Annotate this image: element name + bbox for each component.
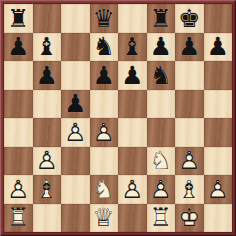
square-h7[interactable]: ♟: [204, 33, 233, 62]
square-d2[interactable]: ♞♘: [90, 175, 119, 204]
square-e2[interactable]: ♟♙: [118, 175, 147, 204]
square-c8[interactable]: [61, 4, 90, 33]
piece-black-pawn: ♟: [118, 61, 147, 90]
piece-white-bishop: ♗: [175, 175, 204, 204]
square-h1[interactable]: [204, 204, 233, 233]
square-c1[interactable]: [61, 204, 90, 233]
square-d1[interactable]: ♛♕: [90, 204, 119, 233]
piece-white-king-fill: ♚: [175, 204, 204, 233]
piece-black-bishop: ♝: [118, 33, 147, 62]
square-a5[interactable]: [4, 90, 33, 119]
square-c3[interactable]: [61, 147, 90, 176]
square-e7[interactable]: ♝: [118, 33, 147, 62]
piece-white-pawn: ♙: [175, 147, 204, 176]
piece-white-rook: ♖: [147, 204, 176, 233]
square-b3[interactable]: ♟♙: [33, 147, 62, 176]
piece-white-bishop: ♗: [33, 175, 62, 204]
piece-white-pawn-fill: ♟: [118, 175, 147, 204]
square-e1[interactable]: [118, 204, 147, 233]
square-a6[interactable]: [4, 61, 33, 90]
piece-white-pawn-fill: ♟: [90, 118, 119, 147]
piece-black-knight: ♞: [90, 33, 119, 62]
piece-black-rook: ♜: [147, 4, 176, 33]
square-f3[interactable]: ♞♘: [147, 147, 176, 176]
square-c2[interactable]: [61, 175, 90, 204]
piece-black-pawn: ♟: [90, 61, 119, 90]
piece-black-knight: ♞: [147, 61, 176, 90]
square-a4[interactable]: [4, 118, 33, 147]
square-f7[interactable]: ♟: [147, 33, 176, 62]
square-h6[interactable]: [204, 61, 233, 90]
square-f4[interactable]: [147, 118, 176, 147]
piece-white-pawn-fill: ♟: [33, 147, 62, 176]
square-c6[interactable]: [61, 61, 90, 90]
square-d5[interactable]: [90, 90, 119, 119]
square-d4[interactable]: ♟♙: [90, 118, 119, 147]
chess-board: ♜♛♜♚♟♝♞♝♟♟♟♟♟♟♞♟♟♙♟♙♟♙♞♘♟♙♟♙♝♗♞♘♟♙♟♙♝♗♟♙…: [4, 4, 232, 232]
square-h3[interactable]: [204, 147, 233, 176]
square-e6[interactable]: ♟: [118, 61, 147, 90]
square-b6[interactable]: ♟: [33, 61, 62, 90]
square-d7[interactable]: ♞: [90, 33, 119, 62]
piece-white-bishop-fill: ♝: [175, 175, 204, 204]
square-e4[interactable]: [118, 118, 147, 147]
square-g3[interactable]: ♟♙: [175, 147, 204, 176]
piece-white-pawn-fill: ♟: [147, 175, 176, 204]
square-d8[interactable]: ♛: [90, 4, 119, 33]
square-h2[interactable]: ♟♙: [204, 175, 233, 204]
square-a7[interactable]: ♟: [4, 33, 33, 62]
board-frame: ♜♛♜♚♟♝♞♝♟♟♟♟♟♟♞♟♟♙♟♙♟♙♞♘♟♙♟♙♝♗♞♘♟♙♟♙♝♗♟♙…: [0, 0, 236, 236]
piece-black-rook: ♜: [4, 4, 33, 33]
piece-white-queen: ♕: [90, 204, 119, 233]
piece-white-pawn-fill: ♟: [4, 175, 33, 204]
square-e5[interactable]: [118, 90, 147, 119]
square-h4[interactable]: [204, 118, 233, 147]
piece-black-pawn: ♟: [147, 33, 176, 62]
piece-white-king: ♔: [175, 204, 204, 233]
piece-white-rook-fill: ♜: [4, 204, 33, 233]
piece-white-pawn: ♙: [147, 175, 176, 204]
piece-white-pawn: ♙: [204, 175, 233, 204]
piece-white-pawn: ♙: [90, 118, 119, 147]
piece-black-queen: ♛: [90, 4, 119, 33]
square-g2[interactable]: ♝♗: [175, 175, 204, 204]
square-f5[interactable]: [147, 90, 176, 119]
square-h5[interactable]: [204, 90, 233, 119]
square-d3[interactable]: [90, 147, 119, 176]
piece-white-knight: ♘: [90, 175, 119, 204]
square-a3[interactable]: [4, 147, 33, 176]
piece-black-king: ♚: [175, 4, 204, 33]
square-b5[interactable]: [33, 90, 62, 119]
square-g8[interactable]: ♚: [175, 4, 204, 33]
square-g5[interactable]: [175, 90, 204, 119]
square-c7[interactable]: [61, 33, 90, 62]
piece-white-knight-fill: ♞: [90, 175, 119, 204]
square-e3[interactable]: [118, 147, 147, 176]
square-b1[interactable]: [33, 204, 62, 233]
piece-black-pawn: ♟: [4, 33, 33, 62]
square-a8[interactable]: ♜: [4, 4, 33, 33]
piece-white-pawn: ♙: [61, 118, 90, 147]
piece-white-rook-fill: ♜: [147, 204, 176, 233]
piece-black-pawn: ♟: [61, 90, 90, 119]
piece-black-bishop: ♝: [33, 33, 62, 62]
piece-white-queen-fill: ♛: [90, 204, 119, 233]
piece-black-pawn: ♟: [175, 33, 204, 62]
piece-white-pawn-fill: ♟: [61, 118, 90, 147]
piece-black-pawn: ♟: [33, 61, 62, 90]
piece-white-rook: ♖: [4, 204, 33, 233]
piece-white-bishop-fill: ♝: [33, 175, 62, 204]
piece-black-pawn: ♟: [204, 33, 233, 62]
square-f6[interactable]: ♞: [147, 61, 176, 90]
piece-white-pawn: ♙: [4, 175, 33, 204]
square-f8[interactable]: ♜: [147, 4, 176, 33]
square-g1[interactable]: ♚♔: [175, 204, 204, 233]
square-b7[interactable]: ♝: [33, 33, 62, 62]
square-g6[interactable]: [175, 61, 204, 90]
square-a2[interactable]: ♟♙: [4, 175, 33, 204]
square-a1[interactable]: ♜♖: [4, 204, 33, 233]
piece-white-pawn: ♙: [33, 147, 62, 176]
piece-white-pawn: ♙: [118, 175, 147, 204]
square-f2[interactable]: ♟♙: [147, 175, 176, 204]
square-h8[interactable]: [204, 4, 233, 33]
square-g7[interactable]: ♟: [175, 33, 204, 62]
piece-white-knight: ♘: [147, 147, 176, 176]
square-b4[interactable]: [33, 118, 62, 147]
piece-white-pawn-fill: ♟: [175, 147, 204, 176]
piece-white-pawn-fill: ♟: [204, 175, 233, 204]
square-g4[interactable]: [175, 118, 204, 147]
square-b8[interactable]: [33, 4, 62, 33]
square-e8[interactable]: [118, 4, 147, 33]
square-c4[interactable]: ♟♙: [61, 118, 90, 147]
square-d6[interactable]: ♟: [90, 61, 119, 90]
square-f1[interactable]: ♜♖: [147, 204, 176, 233]
square-c5[interactable]: ♟: [61, 90, 90, 119]
piece-white-knight-fill: ♞: [147, 147, 176, 176]
square-b2[interactable]: ♝♗: [33, 175, 62, 204]
